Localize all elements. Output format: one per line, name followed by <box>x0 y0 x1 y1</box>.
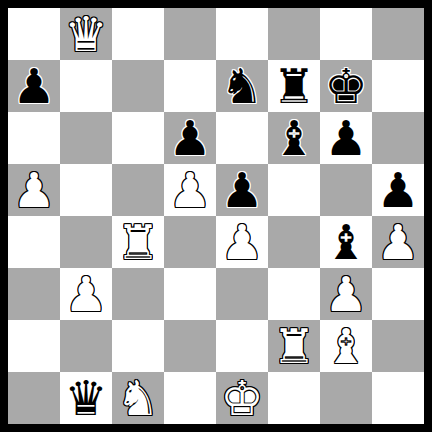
square-g1[interactable] <box>320 372 372 424</box>
square-d4[interactable] <box>164 216 216 268</box>
square-a5[interactable]: ♟ <box>8 164 60 216</box>
square-g5[interactable] <box>320 164 372 216</box>
square-d1[interactable] <box>164 372 216 424</box>
square-g6[interactable]: ♟ <box>320 112 372 164</box>
square-f4[interactable] <box>268 216 320 268</box>
square-g8[interactable] <box>320 8 372 60</box>
square-h8[interactable] <box>372 8 424 60</box>
white-pawn-e4[interactable]: ♟ <box>220 216 263 268</box>
square-c4[interactable]: ♜ <box>112 216 164 268</box>
square-f8[interactable] <box>268 8 320 60</box>
square-h7[interactable] <box>372 60 424 112</box>
white-knight-c1[interactable]: ♞ <box>116 372 159 424</box>
square-b3[interactable]: ♟ <box>60 268 112 320</box>
black-queen-b1[interactable]: ♛ <box>64 372 107 424</box>
square-a7[interactable]: ♟ <box>8 60 60 112</box>
black-pawn-g6[interactable]: ♟ <box>324 112 367 164</box>
square-a1[interactable] <box>8 372 60 424</box>
white-pawn-g3[interactable]: ♟ <box>324 268 367 320</box>
square-d3[interactable] <box>164 268 216 320</box>
square-c2[interactable] <box>112 320 164 372</box>
square-c7[interactable] <box>112 60 164 112</box>
chess-board: ♛♟♞♜♚♟♝♟♟♟♟♟♜♟♝♟♟♟♜♝♛♞♚ <box>8 8 424 424</box>
white-pawn-a5[interactable]: ♟ <box>12 164 55 216</box>
square-b8[interactable]: ♛ <box>60 8 112 60</box>
chess-board-frame: ♛♟♞♜♚♟♝♟♟♟♟♟♜♟♝♟♟♟♜♝♛♞♚ <box>0 0 432 432</box>
square-f6[interactable]: ♝ <box>268 112 320 164</box>
white-king-e1[interactable]: ♚ <box>220 372 263 424</box>
square-c5[interactable] <box>112 164 164 216</box>
white-pawn-h4[interactable]: ♟ <box>376 216 419 268</box>
square-e6[interactable] <box>216 112 268 164</box>
white-pawn-b3[interactable]: ♟ <box>64 268 107 320</box>
square-b7[interactable] <box>60 60 112 112</box>
black-pawn-a7[interactable]: ♟ <box>12 60 55 112</box>
black-pawn-d6[interactable]: ♟ <box>168 112 211 164</box>
square-h1[interactable] <box>372 372 424 424</box>
square-a8[interactable] <box>8 8 60 60</box>
white-queen-b8[interactable]: ♛ <box>64 8 107 60</box>
square-f1[interactable] <box>268 372 320 424</box>
square-e5[interactable]: ♟ <box>216 164 268 216</box>
white-rook-c4[interactable]: ♜ <box>116 216 159 268</box>
square-d2[interactable] <box>164 320 216 372</box>
white-pawn-d5[interactable]: ♟ <box>168 164 211 216</box>
square-f5[interactable] <box>268 164 320 216</box>
square-a6[interactable] <box>8 112 60 164</box>
square-h4[interactable]: ♟ <box>372 216 424 268</box>
square-h2[interactable] <box>372 320 424 372</box>
square-c1[interactable]: ♞ <box>112 372 164 424</box>
square-d7[interactable] <box>164 60 216 112</box>
square-g4[interactable]: ♝ <box>320 216 372 268</box>
square-g3[interactable]: ♟ <box>320 268 372 320</box>
square-a3[interactable] <box>8 268 60 320</box>
square-h6[interactable] <box>372 112 424 164</box>
white-rook-f2[interactable]: ♜ <box>272 320 315 372</box>
square-f7[interactable]: ♜ <box>268 60 320 112</box>
black-king-g7[interactable]: ♚ <box>324 60 367 112</box>
square-c8[interactable] <box>112 8 164 60</box>
square-b5[interactable] <box>60 164 112 216</box>
square-g7[interactable]: ♚ <box>320 60 372 112</box>
square-e2[interactable] <box>216 320 268 372</box>
white-bishop-g2[interactable]: ♝ <box>324 320 367 372</box>
square-h3[interactable] <box>372 268 424 320</box>
square-e8[interactable] <box>216 8 268 60</box>
square-b1[interactable]: ♛ <box>60 372 112 424</box>
square-a4[interactable] <box>8 216 60 268</box>
black-bishop-g4[interactable]: ♝ <box>324 216 367 268</box>
square-d6[interactable]: ♟ <box>164 112 216 164</box>
square-c6[interactable] <box>112 112 164 164</box>
square-d5[interactable]: ♟ <box>164 164 216 216</box>
square-f3[interactable] <box>268 268 320 320</box>
black-bishop-f6[interactable]: ♝ <box>272 112 315 164</box>
square-a2[interactable] <box>8 320 60 372</box>
square-b6[interactable] <box>60 112 112 164</box>
square-d8[interactable] <box>164 8 216 60</box>
square-e4[interactable]: ♟ <box>216 216 268 268</box>
square-e1[interactable]: ♚ <box>216 372 268 424</box>
square-b4[interactable] <box>60 216 112 268</box>
black-pawn-h5[interactable]: ♟ <box>376 164 419 216</box>
square-e3[interactable] <box>216 268 268 320</box>
black-pawn-e5[interactable]: ♟ <box>220 164 263 216</box>
square-f2[interactable]: ♜ <box>268 320 320 372</box>
square-h5[interactable]: ♟ <box>372 164 424 216</box>
black-knight-e7[interactable]: ♞ <box>220 60 263 112</box>
black-rook-f7[interactable]: ♜ <box>272 60 315 112</box>
square-e7[interactable]: ♞ <box>216 60 268 112</box>
square-b2[interactable] <box>60 320 112 372</box>
square-g2[interactable]: ♝ <box>320 320 372 372</box>
square-c3[interactable] <box>112 268 164 320</box>
